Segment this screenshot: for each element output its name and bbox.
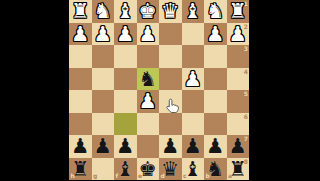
video-frame: ♜♞♝♚♛♝♞♜1♟♟♟♟♟♟23♞♟4♟56♟♟♟♟♟♟♟7♜hg♝f♚e♛d…	[0, 0, 320, 180]
square-h2[interactable]: ♟	[69, 23, 92, 46]
square-g5[interactable]	[92, 90, 115, 113]
square-e6[interactable]	[137, 113, 160, 136]
piece-white-pawn-h2[interactable]: ♟	[69, 23, 92, 46]
square-a2[interactable]: ♟2	[227, 23, 250, 46]
square-a5[interactable]: 5	[227, 90, 250, 113]
piece-white-queen-d1[interactable]: ♛	[159, 0, 182, 23]
rank-label-3: 3	[244, 46, 248, 52]
square-a8[interactable]: ♜8a	[227, 158, 250, 181]
piece-white-pawn-f2[interactable]: ♟	[114, 23, 137, 46]
piece-black-pawn-b7[interactable]: ♟	[204, 135, 227, 158]
piece-white-knight-g1[interactable]: ♞	[92, 0, 115, 23]
square-h6[interactable]	[69, 113, 92, 136]
square-f6[interactable]	[114, 113, 137, 136]
piece-white-pawn-e5[interactable]: ♟	[137, 90, 160, 113]
piece-black-rook-a8[interactable]: ♜	[227, 158, 250, 181]
square-h1[interactable]: ♜	[69, 0, 92, 23]
square-d3[interactable]	[159, 45, 182, 68]
square-a3[interactable]: 3	[227, 45, 250, 68]
square-c4[interactable]: ♟	[182, 68, 205, 91]
square-d1[interactable]: ♛	[159, 0, 182, 23]
piece-white-pawn-a2[interactable]: ♟	[227, 23, 250, 46]
square-g2[interactable]: ♟	[92, 23, 115, 46]
piece-black-pawn-h7[interactable]: ♟	[69, 135, 92, 158]
square-d6[interactable]	[159, 113, 182, 136]
square-h5[interactable]	[69, 90, 92, 113]
rank-label-6: 6	[244, 114, 248, 120]
square-b7[interactable]: ♟	[204, 135, 227, 158]
square-h7[interactable]: ♟	[69, 135, 92, 158]
piece-black-knight-b8[interactable]: ♞	[204, 158, 227, 181]
square-f1[interactable]: ♝	[114, 0, 137, 23]
square-c5[interactable]	[182, 90, 205, 113]
square-b2[interactable]: ♟	[204, 23, 227, 46]
piece-black-pawn-d7[interactable]: ♟	[159, 135, 182, 158]
square-a6[interactable]: 6	[227, 113, 250, 136]
square-e4[interactable]: ♞	[137, 68, 160, 91]
square-e3[interactable]	[137, 45, 160, 68]
square-c6[interactable]	[182, 113, 205, 136]
piece-black-bishop-c8[interactable]: ♝	[182, 158, 205, 181]
square-e2[interactable]: ♟	[137, 23, 160, 46]
square-h4[interactable]	[69, 68, 92, 91]
rank-label-5: 5	[244, 91, 248, 97]
square-b5[interactable]	[204, 90, 227, 113]
square-d2[interactable]	[159, 23, 182, 46]
square-f8[interactable]: ♝f	[114, 158, 137, 181]
square-f3[interactable]	[114, 45, 137, 68]
square-f4[interactable]	[114, 68, 137, 91]
piece-white-pawn-c4[interactable]: ♟	[182, 68, 205, 91]
square-c8[interactable]: ♝c	[182, 158, 205, 181]
square-f7[interactable]: ♟	[114, 135, 137, 158]
piece-black-king-e8[interactable]: ♚	[137, 158, 160, 181]
piece-black-pawn-a7[interactable]: ♟	[227, 135, 250, 158]
piece-black-rook-h8[interactable]: ♜	[69, 158, 92, 181]
square-g7[interactable]: ♟	[92, 135, 115, 158]
square-d4[interactable]	[159, 68, 182, 91]
piece-white-bishop-c1[interactable]: ♝	[182, 0, 205, 23]
piece-white-rook-h1[interactable]: ♜	[69, 0, 92, 23]
piece-white-pawn-b2[interactable]: ♟	[204, 23, 227, 46]
square-g1[interactable]: ♞	[92, 0, 115, 23]
square-b8[interactable]: ♞b	[204, 158, 227, 181]
piece-white-bishop-f1[interactable]: ♝	[114, 0, 137, 23]
piece-black-bishop-f8[interactable]: ♝	[114, 158, 137, 181]
square-d8[interactable]: ♛d	[159, 158, 182, 181]
piece-black-queen-d8[interactable]: ♛	[159, 158, 182, 181]
square-g3[interactable]	[92, 45, 115, 68]
square-h3[interactable]	[69, 45, 92, 68]
square-d5[interactable]	[159, 90, 182, 113]
square-a4[interactable]: 4	[227, 68, 250, 91]
square-a1[interactable]: ♜1	[227, 0, 250, 23]
square-e8[interactable]: ♚e	[137, 158, 160, 181]
square-h8[interactable]: ♜h	[69, 158, 92, 181]
square-g4[interactable]	[92, 68, 115, 91]
square-b3[interactable]	[204, 45, 227, 68]
piece-black-pawn-f7[interactable]: ♟	[114, 135, 137, 158]
piece-white-pawn-e2[interactable]: ♟	[137, 23, 160, 46]
square-g8[interactable]: g	[92, 158, 115, 181]
square-e1[interactable]: ♚	[137, 0, 160, 23]
piece-black-knight-e4[interactable]: ♞	[137, 68, 160, 91]
square-f2[interactable]: ♟	[114, 23, 137, 46]
piece-white-pawn-g2[interactable]: ♟	[92, 23, 115, 46]
square-f5[interactable]	[114, 90, 137, 113]
piece-white-rook-a1[interactable]: ♜	[227, 0, 250, 23]
piece-white-knight-b1[interactable]: ♞	[204, 0, 227, 23]
rank-label-4: 4	[244, 69, 248, 75]
piece-black-pawn-g7[interactable]: ♟	[92, 135, 115, 158]
square-a7[interactable]: ♟7	[227, 135, 250, 158]
square-b4[interactable]	[204, 68, 227, 91]
square-g6[interactable]	[92, 113, 115, 136]
square-c2[interactable]	[182, 23, 205, 46]
square-e7[interactable]	[137, 135, 160, 158]
file-label-g: g	[93, 173, 97, 179]
chess-board: ♜♞♝♚♛♝♞♜1♟♟♟♟♟♟23♞♟4♟56♟♟♟♟♟♟♟7♜hg♝f♚e♛d…	[69, 0, 249, 180]
square-b6[interactable]	[204, 113, 227, 136]
piece-white-king-e1[interactable]: ♚	[137, 0, 160, 23]
square-d7[interactable]: ♟	[159, 135, 182, 158]
square-c7[interactable]: ♟	[182, 135, 205, 158]
square-b1[interactable]: ♞	[204, 0, 227, 23]
square-e5[interactable]: ♟	[137, 90, 160, 113]
square-c1[interactable]: ♝	[182, 0, 205, 23]
square-c3[interactable]	[182, 45, 205, 68]
piece-black-pawn-c7[interactable]: ♟	[182, 135, 205, 158]
